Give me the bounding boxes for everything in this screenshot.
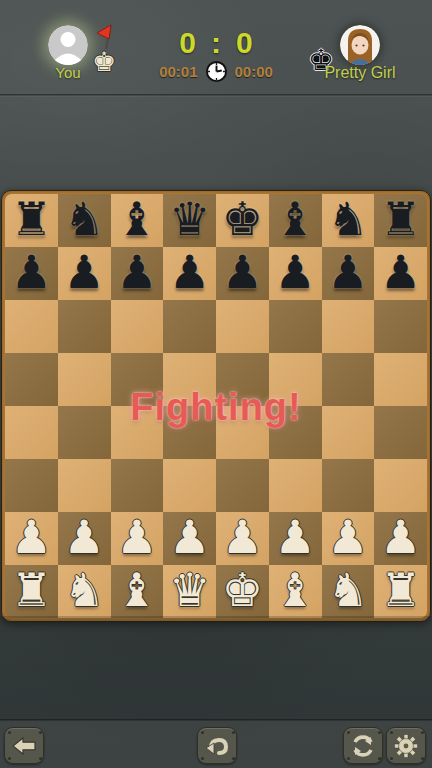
black-rook[interactable]: ♜ (11, 196, 52, 242)
square-e6[interactable] (216, 300, 269, 353)
square-h7[interactable]: ♟ (374, 247, 427, 300)
square-g6[interactable] (322, 300, 375, 353)
square-c6[interactable] (111, 300, 164, 353)
white-pawn[interactable]: ♟ (11, 514, 52, 560)
square-h6[interactable] (374, 300, 427, 353)
square-d8[interactable]: ♛ (163, 194, 216, 247)
white-pawn[interactable]: ♟ (169, 514, 210, 560)
square-c3[interactable] (111, 459, 164, 512)
black-knight[interactable]: ♞ (327, 196, 368, 242)
square-f3[interactable] (269, 459, 322, 512)
chess-app-screen: You ♚ 0 : 0 00:01 00:00 (0, 0, 432, 768)
white-pawn[interactable]: ♟ (64, 514, 105, 560)
square-a1[interactable]: ♜ (5, 565, 58, 618)
square-a4[interactable] (5, 406, 58, 459)
white-pawn[interactable]: ♟ (380, 514, 421, 560)
square-d2[interactable]: ♟ (163, 512, 216, 565)
white-rook[interactable]: ♜ (11, 567, 52, 613)
square-b4[interactable] (58, 406, 111, 459)
black-pawn[interactable]: ♟ (380, 249, 421, 295)
square-b6[interactable] (58, 300, 111, 353)
lower-shade (0, 616, 432, 722)
square-f8[interactable]: ♝ (269, 194, 322, 247)
black-knight[interactable]: ♞ (64, 196, 105, 242)
square-g7[interactable]: ♟ (322, 247, 375, 300)
square-f5[interactable] (269, 353, 322, 406)
rotate-button[interactable] (343, 727, 383, 764)
black-bishop[interactable]: ♝ (116, 196, 157, 242)
back-arrow-icon (11, 735, 37, 757)
square-b8[interactable]: ♞ (58, 194, 111, 247)
score-colon: : (211, 26, 221, 60)
square-g8[interactable]: ♞ (322, 194, 375, 247)
player-opponent-avatar[interactable] (340, 25, 380, 65)
square-a5[interactable] (5, 353, 58, 406)
square-g3[interactable] (322, 459, 375, 512)
gear-icon (393, 733, 419, 759)
chess-board-frame: ♜♞♝♛♚♝♞♜♟♟♟♟♟♟♟♟♟♟♟♟♟♟♟♟♜♞♝♛♚♝♞♜ (1, 190, 431, 622)
square-d6[interactable] (163, 300, 216, 353)
square-e5[interactable] (216, 353, 269, 406)
square-e8[interactable]: ♚ (216, 194, 269, 247)
square-a8[interactable]: ♜ (5, 194, 58, 247)
black-pawn[interactable]: ♟ (222, 249, 263, 295)
black-pawn[interactable]: ♟ (64, 249, 105, 295)
settings-button[interactable] (386, 727, 426, 764)
player-opponent-name: Pretty Girl (305, 64, 415, 82)
black-pawn[interactable]: ♟ (327, 249, 368, 295)
white-pawn[interactable]: ♟ (327, 514, 368, 560)
square-c1[interactable]: ♝ (111, 565, 164, 618)
square-a7[interactable]: ♟ (5, 247, 58, 300)
white-king[interactable]: ♚ (222, 567, 263, 613)
square-b1[interactable]: ♞ (58, 565, 111, 618)
undo-button[interactable] (197, 727, 237, 764)
square-g2[interactable]: ♟ (322, 512, 375, 565)
score-left: 0 (179, 26, 196, 60)
black-bishop[interactable]: ♝ (275, 196, 316, 242)
square-e7[interactable]: ♟ (216, 247, 269, 300)
timer-left: 00:01 (159, 63, 197, 80)
square-a6[interactable] (5, 300, 58, 353)
square-b5[interactable] (58, 353, 111, 406)
black-pawn[interactable]: ♟ (169, 249, 210, 295)
black-queen[interactable]: ♛ (169, 196, 210, 242)
header-divider (0, 94, 432, 97)
square-c4[interactable] (111, 406, 164, 459)
chess-board[interactable]: ♜♞♝♛♚♝♞♜♟♟♟♟♟♟♟♟♟♟♟♟♟♟♟♟♜♞♝♛♚♝♞♜ (5, 194, 427, 618)
square-f7[interactable]: ♟ (269, 247, 322, 300)
timer-right: 00:00 (235, 63, 273, 80)
square-c8[interactable]: ♝ (111, 194, 164, 247)
score-right: 0 (236, 26, 253, 60)
square-d4[interactable] (163, 406, 216, 459)
square-f2[interactable]: ♟ (269, 512, 322, 565)
square-h1[interactable]: ♜ (374, 565, 427, 618)
white-pawn[interactable]: ♟ (275, 514, 316, 560)
square-h4[interactable] (374, 406, 427, 459)
square-c5[interactable] (111, 353, 164, 406)
square-e3[interactable] (216, 459, 269, 512)
square-g4[interactable] (322, 406, 375, 459)
white-pawn[interactable]: ♟ (116, 514, 157, 560)
rotate-icon (350, 733, 376, 759)
black-pawn[interactable]: ♟ (11, 249, 52, 295)
square-f4[interactable] (269, 406, 322, 459)
square-e4[interactable] (216, 406, 269, 459)
square-d7[interactable]: ♟ (163, 247, 216, 300)
square-h2[interactable]: ♟ (374, 512, 427, 565)
square-c7[interactable]: ♟ (111, 247, 164, 300)
square-g1[interactable]: ♞ (322, 565, 375, 618)
white-pawn[interactable]: ♟ (222, 514, 263, 560)
square-b3[interactable] (58, 459, 111, 512)
square-g5[interactable] (322, 353, 375, 406)
square-h3[interactable] (374, 459, 427, 512)
header: You ♚ 0 : 0 00:01 00:00 (0, 0, 432, 96)
white-queen[interactable]: ♛ (169, 567, 210, 613)
undo-arrow-icon (204, 734, 230, 758)
square-b7[interactable]: ♟ (58, 247, 111, 300)
black-king[interactable]: ♚ (222, 196, 263, 242)
black-pawn[interactable]: ♟ (116, 249, 157, 295)
white-bishop[interactable]: ♝ (116, 567, 157, 613)
square-d5[interactable] (163, 353, 216, 406)
white-knight[interactable]: ♞ (327, 567, 368, 613)
square-d1[interactable]: ♛ (163, 565, 216, 618)
square-d3[interactable] (163, 459, 216, 512)
clock-icon (205, 60, 228, 83)
square-a2[interactable]: ♟ (5, 512, 58, 565)
square-f6[interactable] (269, 300, 322, 353)
black-rook[interactable]: ♜ (380, 196, 421, 242)
black-pawn[interactable]: ♟ (275, 249, 316, 295)
square-c2[interactable]: ♟ (111, 512, 164, 565)
square-h8[interactable]: ♜ (374, 194, 427, 247)
white-knight[interactable]: ♞ (64, 567, 105, 613)
white-bishop[interactable]: ♝ (275, 567, 316, 613)
square-e1[interactable]: ♚ (216, 565, 269, 618)
toolbar (0, 722, 432, 768)
square-h5[interactable] (374, 353, 427, 406)
square-b2[interactable]: ♟ (58, 512, 111, 565)
girl-avatar-icon (340, 25, 380, 65)
square-f1[interactable]: ♝ (269, 565, 322, 618)
back-button[interactable] (4, 727, 44, 764)
white-rook[interactable]: ♜ (380, 567, 421, 613)
square-e2[interactable]: ♟ (216, 512, 269, 565)
square-a3[interactable] (5, 459, 58, 512)
